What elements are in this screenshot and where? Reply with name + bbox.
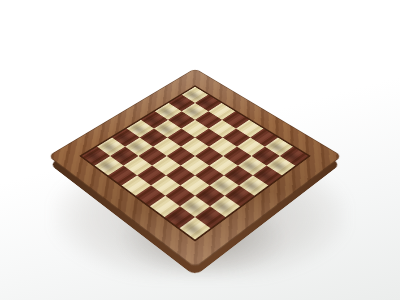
pawn-glyph: ♟ bbox=[99, 139, 120, 167]
rook-glyph: ♜ bbox=[182, 192, 208, 230]
scene: ♜♞♝♛♚♝♞♜♟♟♟♟♟♟♟♟♟♟♟♟♟♟♟♟♜♞♝♛♚♝♞♜ bbox=[0, 0, 400, 300]
